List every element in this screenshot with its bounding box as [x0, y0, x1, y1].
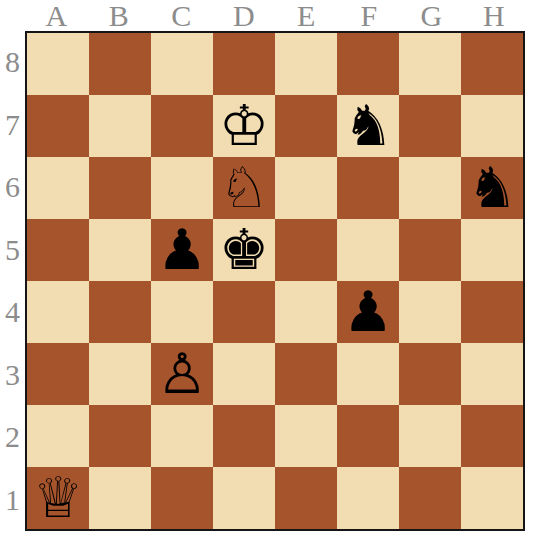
square-h7[interactable]	[461, 95, 523, 157]
file-label-h: H	[463, 0, 526, 31]
square-b6[interactable]	[89, 157, 151, 219]
square-a8[interactable]	[27, 33, 89, 95]
square-b8[interactable]	[89, 33, 151, 95]
file-label-a: A	[25, 0, 88, 31]
chess-diagram: A B C D E F G H 8 7 6 5 4 3 2 1 ♔♞♘♞♟♚♟♙…	[0, 0, 543, 543]
square-g8[interactable]	[399, 33, 461, 95]
square-f8[interactable]	[337, 33, 399, 95]
square-f4[interactable]: ♟	[337, 281, 399, 343]
square-b2[interactable]	[89, 405, 151, 467]
square-a7[interactable]	[27, 95, 89, 157]
square-c2[interactable]	[151, 405, 213, 467]
square-e7[interactable]	[275, 95, 337, 157]
square-e1[interactable]	[275, 467, 337, 529]
square-d6[interactable]: ♘	[213, 157, 275, 219]
square-c5[interactable]: ♟	[151, 219, 213, 281]
square-h4[interactable]	[461, 281, 523, 343]
square-d1[interactable]	[213, 467, 275, 529]
square-h6[interactable]: ♞	[461, 157, 523, 219]
square-c8[interactable]	[151, 33, 213, 95]
square-b7[interactable]	[89, 95, 151, 157]
square-e3[interactable]	[275, 343, 337, 405]
square-g6[interactable]	[399, 157, 461, 219]
square-b3[interactable]	[89, 343, 151, 405]
square-b5[interactable]	[89, 219, 151, 281]
square-a4[interactable]	[27, 281, 89, 343]
rank-labels: 8 7 6 5 4 3 2 1	[0, 31, 25, 531]
square-c3[interactable]: ♙	[151, 343, 213, 405]
rank-label-5: 5	[0, 219, 25, 282]
rank-label-2: 2	[0, 406, 25, 469]
square-d2[interactable]	[213, 405, 275, 467]
rank-label-7: 7	[0, 94, 25, 157]
square-c6[interactable]	[151, 157, 213, 219]
square-g4[interactable]	[399, 281, 461, 343]
square-e6[interactable]	[275, 157, 337, 219]
file-labels: A B C D E F G H	[25, 0, 525, 31]
file-label-f: F	[338, 0, 401, 31]
rank-label-4: 4	[0, 281, 25, 344]
square-e2[interactable]	[275, 405, 337, 467]
black-king[interactable]: ♚	[213, 219, 275, 281]
square-a2[interactable]	[27, 405, 89, 467]
square-d5[interactable]: ♚	[213, 219, 275, 281]
square-h8[interactable]	[461, 33, 523, 95]
square-g2[interactable]	[399, 405, 461, 467]
square-d7[interactable]: ♔	[213, 95, 275, 157]
black-knight[interactable]: ♞	[337, 95, 399, 157]
white-knight[interactable]: ♘	[213, 157, 275, 219]
square-h1[interactable]	[461, 467, 523, 529]
square-f6[interactable]	[337, 157, 399, 219]
square-d4[interactable]	[213, 281, 275, 343]
file-label-b: B	[88, 0, 151, 31]
file-label-c: C	[150, 0, 213, 31]
black-pawn[interactable]: ♟	[337, 281, 399, 343]
white-king[interactable]: ♔	[213, 95, 275, 157]
square-e5[interactable]	[275, 219, 337, 281]
rank-label-8: 8	[0, 31, 25, 94]
square-c4[interactable]	[151, 281, 213, 343]
square-c1[interactable]	[151, 467, 213, 529]
square-h3[interactable]	[461, 343, 523, 405]
square-a5[interactable]	[27, 219, 89, 281]
square-g7[interactable]	[399, 95, 461, 157]
black-knight[interactable]: ♞	[461, 157, 523, 219]
file-label-d: D	[213, 0, 276, 31]
white-pawn[interactable]: ♙	[151, 343, 213, 405]
rank-label-1: 1	[0, 469, 25, 532]
square-f2[interactable]	[337, 405, 399, 467]
square-h2[interactable]	[461, 405, 523, 467]
square-a3[interactable]	[27, 343, 89, 405]
square-d8[interactable]	[213, 33, 275, 95]
square-f7[interactable]: ♞	[337, 95, 399, 157]
black-pawn[interactable]: ♟	[151, 219, 213, 281]
square-e4[interactable]	[275, 281, 337, 343]
rank-label-6: 6	[0, 156, 25, 219]
square-f1[interactable]	[337, 467, 399, 529]
white-queen[interactable]: ♕	[27, 467, 89, 529]
square-b4[interactable]	[89, 281, 151, 343]
chess-board: ♔♞♘♞♟♚♟♙♕	[25, 31, 525, 531]
square-e8[interactable]	[275, 33, 337, 95]
square-a6[interactable]	[27, 157, 89, 219]
square-b1[interactable]	[89, 467, 151, 529]
square-h5[interactable]	[461, 219, 523, 281]
file-label-g: G	[400, 0, 463, 31]
square-g5[interactable]	[399, 219, 461, 281]
square-a1[interactable]: ♕	[27, 467, 89, 529]
square-f5[interactable]	[337, 219, 399, 281]
file-label-e: E	[275, 0, 338, 31]
rank-label-3: 3	[0, 344, 25, 407]
square-d3[interactable]	[213, 343, 275, 405]
square-c7[interactable]	[151, 95, 213, 157]
square-g1[interactable]	[399, 467, 461, 529]
square-g3[interactable]	[399, 343, 461, 405]
square-f3[interactable]	[337, 343, 399, 405]
